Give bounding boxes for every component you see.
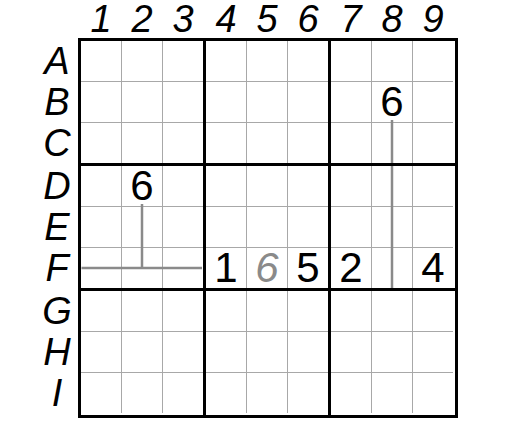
cell-E5[interactable] — [247, 207, 287, 247]
cell-D2[interactable]: 6 — [122, 166, 162, 206]
cell-H4[interactable] — [206, 332, 246, 372]
row-label-A: A — [35, 41, 79, 81]
cell-I3[interactable] — [163, 373, 203, 413]
cell-D1[interactable] — [81, 166, 121, 206]
cell-B6[interactable] — [288, 82, 328, 122]
cell-C7[interactable] — [331, 123, 371, 163]
given-digit: 5 — [296, 247, 319, 289]
cell-D5[interactable] — [247, 166, 287, 206]
cell-G3[interactable] — [163, 291, 203, 331]
col-label-6: 6 — [286, 0, 330, 39]
row-label-C: C — [35, 123, 79, 163]
cell-B3[interactable] — [163, 82, 203, 122]
given-digit: 2 — [339, 247, 362, 289]
deduced-digit: 6 — [255, 247, 278, 289]
cell-A6[interactable] — [288, 41, 328, 81]
row-label-D: D — [35, 166, 79, 206]
border-bottom — [78, 415, 458, 418]
cell-D3[interactable] — [163, 166, 203, 206]
cell-C1[interactable] — [81, 123, 121, 163]
cell-G9[interactable] — [413, 291, 453, 331]
sudoku-board: 123456789ABCDEFGHI6616524 — [0, 0, 509, 427]
cell-C4[interactable] — [206, 123, 246, 163]
cell-I5[interactable] — [247, 373, 287, 413]
cell-B2[interactable] — [122, 82, 162, 122]
cell-H3[interactable] — [163, 332, 203, 372]
cell-D4[interactable] — [206, 166, 246, 206]
cell-H1[interactable] — [81, 332, 121, 372]
cell-C2[interactable] — [122, 123, 162, 163]
cell-C5[interactable] — [247, 123, 287, 163]
given-digit: 6 — [130, 165, 153, 207]
cell-C9[interactable] — [413, 123, 453, 163]
cell-C8[interactable] — [372, 123, 412, 163]
cell-G7[interactable] — [331, 291, 371, 331]
cell-H9[interactable] — [413, 332, 453, 372]
cell-I2[interactable] — [122, 373, 162, 413]
cell-D8[interactable] — [372, 166, 412, 206]
col-label-1: 1 — [79, 0, 123, 39]
given-digit: 6 — [380, 81, 403, 123]
cell-G6[interactable] — [288, 291, 328, 331]
col-label-4: 4 — [204, 0, 248, 39]
cell-A5[interactable] — [247, 41, 287, 81]
cell-B7[interactable] — [331, 82, 371, 122]
cell-H6[interactable] — [288, 332, 328, 372]
cell-F6[interactable]: 5 — [288, 248, 328, 288]
cell-I7[interactable] — [331, 373, 371, 413]
cell-E8[interactable] — [372, 207, 412, 247]
cell-E2[interactable] — [122, 207, 162, 247]
cell-A8[interactable] — [372, 41, 412, 81]
row-label-B: B — [35, 82, 79, 122]
row-label-G: G — [35, 291, 79, 331]
cell-E9[interactable] — [413, 207, 453, 247]
cell-H7[interactable] — [331, 332, 371, 372]
cell-H2[interactable] — [122, 332, 162, 372]
cell-C6[interactable] — [288, 123, 328, 163]
cell-F8[interactable] — [372, 248, 412, 288]
col-label-3: 3 — [161, 0, 205, 39]
col-label-5: 5 — [245, 0, 289, 39]
cell-B1[interactable] — [81, 82, 121, 122]
cell-I6[interactable] — [288, 373, 328, 413]
row-label-E: E — [35, 207, 79, 247]
col-label-2: 2 — [120, 0, 164, 39]
cell-A3[interactable] — [163, 41, 203, 81]
cell-A9[interactable] — [413, 41, 453, 81]
cell-H5[interactable] — [247, 332, 287, 372]
cell-I8[interactable] — [372, 373, 412, 413]
cell-F5[interactable]: 6 — [247, 248, 287, 288]
cell-D7[interactable] — [331, 166, 371, 206]
cell-G2[interactable] — [122, 291, 162, 331]
cell-F1[interactable] — [81, 248, 121, 288]
col-label-8: 8 — [370, 0, 414, 39]
cell-G8[interactable] — [372, 291, 412, 331]
given-digit: 1 — [214, 247, 237, 289]
row-label-F: F — [35, 248, 79, 288]
cell-G1[interactable] — [81, 291, 121, 331]
cell-F4[interactable]: 1 — [206, 248, 246, 288]
cell-A7[interactable] — [331, 41, 371, 81]
cell-F2[interactable] — [122, 248, 162, 288]
cell-B5[interactable] — [247, 82, 287, 122]
col-label-9: 9 — [411, 0, 455, 39]
cell-F9[interactable]: 4 — [413, 248, 453, 288]
given-digit: 4 — [421, 247, 444, 289]
cell-E4[interactable] — [206, 207, 246, 247]
cell-D6[interactable] — [288, 166, 328, 206]
col-label-7: 7 — [329, 0, 373, 39]
cell-B8[interactable]: 6 — [372, 82, 412, 122]
border-right — [455, 38, 458, 418]
cell-A1[interactable] — [81, 41, 121, 81]
cell-E7[interactable] — [331, 207, 371, 247]
cell-E3[interactable] — [163, 207, 203, 247]
cell-F3[interactable] — [163, 248, 203, 288]
cell-A4[interactable] — [206, 41, 246, 81]
cell-I9[interactable] — [413, 373, 453, 413]
cell-H8[interactable] — [372, 332, 412, 372]
cell-F7[interactable]: 2 — [331, 248, 371, 288]
cell-G5[interactable] — [247, 291, 287, 331]
cell-B9[interactable] — [413, 82, 453, 122]
row-label-H: H — [35, 332, 79, 372]
cell-I1[interactable] — [81, 373, 121, 413]
cell-G4[interactable] — [206, 291, 246, 331]
cell-D9[interactable] — [413, 166, 453, 206]
row-label-I: I — [35, 373, 79, 413]
cell-B4[interactable] — [206, 82, 246, 122]
cell-I4[interactable] — [206, 373, 246, 413]
cell-A2[interactable] — [122, 41, 162, 81]
cell-C3[interactable] — [163, 123, 203, 163]
cell-E1[interactable] — [81, 207, 121, 247]
cell-E6[interactable] — [288, 207, 328, 247]
